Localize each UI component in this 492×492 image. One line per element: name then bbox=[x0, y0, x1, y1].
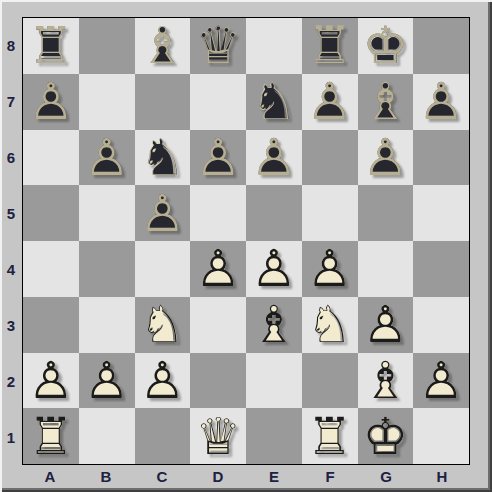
rank-label-2: 2 bbox=[0, 353, 22, 409]
square-e4[interactable]: ♟♙ bbox=[246, 241, 302, 297]
white-bishop: ♝♗ bbox=[246, 297, 302, 353]
square-f1[interactable]: ♜♖ bbox=[302, 408, 358, 464]
black-pawn: ♟♙ bbox=[23, 74, 79, 130]
square-f8[interactable]: ♜♖ bbox=[302, 18, 358, 74]
rank-label-8: 8 bbox=[0, 17, 22, 73]
square-b1[interactable] bbox=[79, 408, 135, 464]
black-rook: ♜♖ bbox=[23, 18, 79, 74]
square-c8[interactable]: ♝♗ bbox=[135, 18, 191, 74]
square-a8[interactable]: ♜♖ bbox=[23, 18, 79, 74]
black-pawn: ♟♙ bbox=[190, 130, 246, 186]
square-c1[interactable] bbox=[135, 408, 191, 464]
black-pawn: ♟♙ bbox=[79, 130, 135, 186]
square-d2[interactable] bbox=[190, 353, 246, 409]
square-e8[interactable] bbox=[246, 18, 302, 74]
square-a2[interactable]: ♟♙ bbox=[23, 353, 79, 409]
square-f7[interactable]: ♟♙ bbox=[302, 74, 358, 130]
square-d3[interactable] bbox=[190, 297, 246, 353]
black-knight: ♞♘ bbox=[246, 74, 302, 130]
white-rook: ♜♖ bbox=[302, 408, 358, 464]
square-e3[interactable]: ♝♗ bbox=[246, 297, 302, 353]
square-g6[interactable]: ♟♙ bbox=[358, 130, 414, 186]
square-h7[interactable]: ♟♙ bbox=[413, 74, 469, 130]
square-a5[interactable] bbox=[23, 185, 79, 241]
square-c2[interactable]: ♟♙ bbox=[135, 353, 191, 409]
white-rook: ♜♖ bbox=[23, 408, 79, 464]
square-b3[interactable] bbox=[79, 297, 135, 353]
black-pawn: ♟♙ bbox=[358, 130, 414, 186]
square-g2[interactable]: ♝♗ bbox=[358, 353, 414, 409]
square-g3[interactable]: ♟♙ bbox=[358, 297, 414, 353]
file-label-g: G bbox=[358, 464, 414, 488]
white-pawn: ♟♙ bbox=[358, 297, 414, 353]
square-c7[interactable] bbox=[135, 74, 191, 130]
square-d5[interactable] bbox=[190, 185, 246, 241]
square-f3[interactable]: ♞♘ bbox=[302, 297, 358, 353]
white-pawn: ♟♙ bbox=[23, 353, 79, 409]
black-queen: ♛♕ bbox=[190, 18, 246, 74]
white-pawn: ♟♙ bbox=[79, 353, 135, 409]
square-b5[interactable] bbox=[79, 185, 135, 241]
white-pawn: ♟♙ bbox=[190, 241, 246, 297]
rank-label-1: 1 bbox=[0, 409, 22, 465]
black-bishop: ♝♗ bbox=[135, 18, 191, 74]
square-f2[interactable] bbox=[302, 353, 358, 409]
square-h1[interactable] bbox=[413, 408, 469, 464]
black-pawn: ♟♙ bbox=[413, 74, 469, 130]
square-f5[interactable] bbox=[302, 185, 358, 241]
square-h4[interactable] bbox=[413, 241, 469, 297]
square-g4[interactable] bbox=[358, 241, 414, 297]
square-g1[interactable]: ♚♔ bbox=[358, 408, 414, 464]
square-h8[interactable] bbox=[413, 18, 469, 74]
square-a1[interactable]: ♜♖ bbox=[23, 408, 79, 464]
square-h5[interactable] bbox=[413, 185, 469, 241]
square-b4[interactable] bbox=[79, 241, 135, 297]
rank-label-5: 5 bbox=[0, 185, 22, 241]
black-pawn: ♟♙ bbox=[246, 130, 302, 186]
square-h2[interactable]: ♟♙ bbox=[413, 353, 469, 409]
white-pawn: ♟♙ bbox=[246, 241, 302, 297]
black-pawn: ♟♙ bbox=[302, 74, 358, 130]
square-h3[interactable] bbox=[413, 297, 469, 353]
square-h6[interactable] bbox=[413, 130, 469, 186]
square-d1[interactable]: ♛♕ bbox=[190, 408, 246, 464]
white-knight: ♞♘ bbox=[135, 297, 191, 353]
square-a4[interactable] bbox=[23, 241, 79, 297]
square-g8[interactable]: ♚♔ bbox=[358, 18, 414, 74]
white-bishop: ♝♗ bbox=[358, 353, 414, 409]
square-c4[interactable] bbox=[135, 241, 191, 297]
chess-board[interactable]: ♜♖♝♗♛♕♜♖♚♔♟♙♞♘♟♙♝♗♟♙♟♙♞♘♟♙♟♙♟♙♟♙♟♙♟♙♟♙♞♘… bbox=[22, 17, 470, 465]
square-g7[interactable]: ♝♗ bbox=[358, 74, 414, 130]
white-pawn: ♟♙ bbox=[413, 353, 469, 409]
file-label-h: H bbox=[414, 464, 470, 488]
file-label-a: A bbox=[22, 464, 78, 488]
black-knight: ♞♘ bbox=[135, 130, 191, 186]
white-pawn: ♟♙ bbox=[135, 353, 191, 409]
black-king: ♚♔ bbox=[358, 18, 414, 74]
white-pawn: ♟♙ bbox=[302, 241, 358, 297]
square-d7[interactable] bbox=[190, 74, 246, 130]
square-f4[interactable]: ♟♙ bbox=[302, 241, 358, 297]
black-pawn: ♟♙ bbox=[135, 185, 191, 241]
black-bishop: ♝♗ bbox=[358, 74, 414, 130]
square-b8[interactable] bbox=[79, 18, 135, 74]
file-label-c: C bbox=[134, 464, 190, 488]
square-e6[interactable]: ♟♙ bbox=[246, 130, 302, 186]
file-labels: ABCDEFGH bbox=[22, 464, 470, 488]
black-rook: ♜♖ bbox=[302, 18, 358, 74]
file-label-d: D bbox=[190, 464, 246, 488]
square-b7[interactable] bbox=[79, 74, 135, 130]
square-g5[interactable] bbox=[358, 185, 414, 241]
square-a7[interactable]: ♟♙ bbox=[23, 74, 79, 130]
square-c6[interactable]: ♞♘ bbox=[135, 130, 191, 186]
square-d4[interactable]: ♟♙ bbox=[190, 241, 246, 297]
file-label-e: E bbox=[246, 464, 302, 488]
square-e5[interactable] bbox=[246, 185, 302, 241]
rank-label-4: 4 bbox=[0, 241, 22, 297]
square-b2[interactable]: ♟♙ bbox=[79, 353, 135, 409]
file-label-b: B bbox=[78, 464, 134, 488]
square-a6[interactable] bbox=[23, 130, 79, 186]
square-d8[interactable]: ♛♕ bbox=[190, 18, 246, 74]
board-frame: 87654321 ♜♖♝♗♛♕♜♖♚♔♟♙♞♘♟♙♝♗♟♙♟♙♞♘♟♙♟♙♟♙♟… bbox=[0, 0, 492, 492]
square-e2[interactable] bbox=[246, 353, 302, 409]
square-f6[interactable] bbox=[302, 130, 358, 186]
file-label-f: F bbox=[302, 464, 358, 488]
white-knight: ♞♘ bbox=[302, 297, 358, 353]
square-d6[interactable]: ♟♙ bbox=[190, 130, 246, 186]
white-queen: ♛♕ bbox=[190, 408, 246, 464]
rank-labels: 87654321 bbox=[0, 17, 22, 465]
white-king: ♚♔ bbox=[358, 408, 414, 464]
square-c3[interactable]: ♞♘ bbox=[135, 297, 191, 353]
rank-label-7: 7 bbox=[0, 73, 22, 129]
square-e7[interactable]: ♞♘ bbox=[246, 74, 302, 130]
square-a3[interactable] bbox=[23, 297, 79, 353]
rank-label-6: 6 bbox=[0, 129, 22, 185]
square-c5[interactable]: ♟♙ bbox=[135, 185, 191, 241]
rank-label-3: 3 bbox=[0, 297, 22, 353]
square-e1[interactable] bbox=[246, 408, 302, 464]
square-b6[interactable]: ♟♙ bbox=[79, 130, 135, 186]
